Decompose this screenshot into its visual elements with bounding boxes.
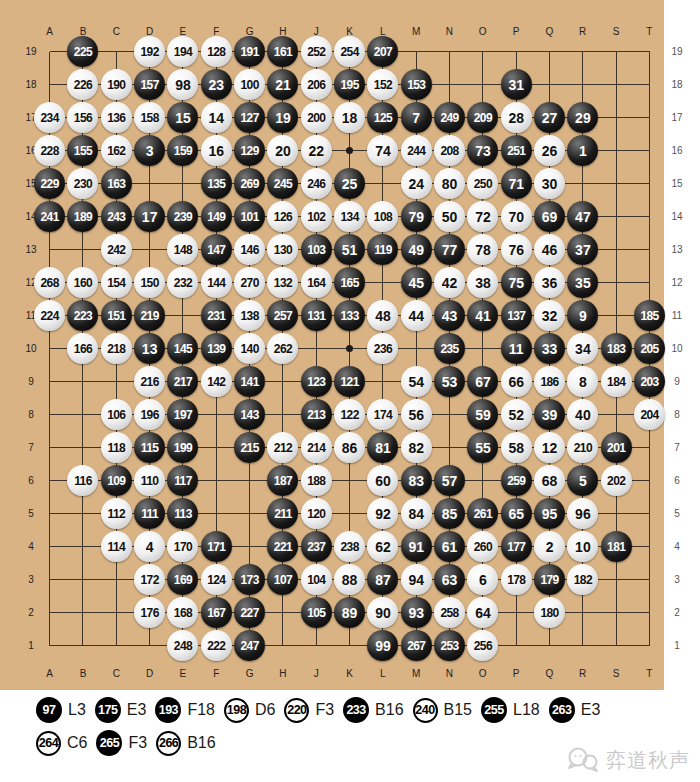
black-stone-C11: 151 — [101, 300, 132, 331]
point-H3: 107 — [266, 563, 299, 596]
point-E19: 194 — [166, 35, 199, 68]
point-A17: 234 — [33, 101, 66, 134]
white-stone-R10: 34 — [567, 333, 598, 364]
white-stone-F3: 124 — [201, 564, 232, 595]
white-stone-L6: 60 — [367, 465, 398, 496]
point-K10 — [333, 332, 366, 365]
row-label-right-9: 9 — [667, 365, 687, 398]
point-T17 — [633, 101, 666, 134]
white-stone-F17: 14 — [201, 102, 232, 133]
point-H1 — [266, 629, 299, 662]
black-stone-S10: 183 — [601, 333, 632, 364]
white-stone-B10: 166 — [67, 333, 98, 364]
black-stone-P15: 71 — [501, 168, 532, 199]
point-J16: 22 — [300, 134, 333, 167]
row-label-right-17: 17 — [667, 101, 687, 134]
point-D15 — [133, 167, 166, 200]
point-C6: 109 — [100, 464, 133, 497]
point-S6: 202 — [600, 464, 633, 497]
white-stone-J6: 188 — [301, 465, 332, 496]
white-stone-O13: 78 — [467, 234, 498, 265]
point-P11: 137 — [500, 299, 533, 332]
black-stone-D10: 13 — [134, 333, 165, 364]
point-B15: 230 — [66, 167, 99, 200]
point-R4: 10 — [566, 530, 599, 563]
black-stone-R17: 29 — [567, 102, 598, 133]
white-stone-C5: 112 — [101, 498, 132, 529]
black-stone-T11: 185 — [634, 300, 665, 331]
col-label-bottom-E: E — [166, 668, 199, 679]
point-R16: 1 — [566, 134, 599, 167]
black-stone-P11: 137 — [501, 300, 532, 331]
star-point-K16 — [346, 147, 353, 154]
white-stone-D6: 110 — [134, 465, 165, 496]
point-S11 — [600, 299, 633, 332]
point-E13: 148 — [166, 233, 199, 266]
legend-coordinate-264: C6 — [67, 734, 87, 752]
white-stone-J14: 102 — [301, 201, 332, 232]
black-stone-L3: 87 — [367, 564, 398, 595]
white-stone-O1: 256 — [467, 630, 498, 661]
point-D11: 219 — [133, 299, 166, 332]
white-stone-L5: 92 — [367, 498, 398, 529]
white-stone-J19: 252 — [301, 36, 332, 67]
point-O1: 256 — [466, 629, 499, 662]
point-E11 — [166, 299, 199, 332]
point-F9: 142 — [200, 365, 233, 398]
point-K19: 254 — [333, 35, 366, 68]
white-stone-J15: 246 — [301, 168, 332, 199]
white-stone-R4: 10 — [567, 531, 598, 562]
white-stone-C16: 162 — [101, 135, 132, 166]
white-stone-A16: 228 — [34, 135, 65, 166]
point-G3: 173 — [233, 563, 266, 596]
point-E18: 98 — [166, 68, 199, 101]
point-C11: 151 — [100, 299, 133, 332]
point-F2: 167 — [200, 596, 233, 629]
black-stone-G14: 101 — [234, 201, 265, 232]
point-B4 — [66, 530, 99, 563]
point-H14: 126 — [266, 200, 299, 233]
white-legend-stone-266: 266 — [156, 731, 181, 756]
black-stone-P12: 75 — [501, 267, 532, 298]
point-S9: 184 — [600, 365, 633, 398]
row-label-right-7: 7 — [667, 431, 687, 464]
point-A3 — [33, 563, 66, 596]
point-B2 — [66, 596, 99, 629]
point-S5 — [600, 497, 633, 530]
black-stone-O16: 73 — [467, 135, 498, 166]
point-F17: 14 — [200, 101, 233, 134]
point-S13 — [600, 233, 633, 266]
point-M11: 44 — [400, 299, 433, 332]
point-P19 — [500, 35, 533, 68]
black-stone-K15: 25 — [334, 168, 365, 199]
point-B6: 116 — [66, 464, 99, 497]
black-stone-N5: 85 — [434, 498, 465, 529]
black-stone-D11: 219 — [134, 300, 165, 331]
white-legend-stone-198: 198 — [224, 698, 249, 723]
point-O8: 59 — [466, 398, 499, 431]
point-P8: 52 — [500, 398, 533, 431]
col-label-bottom-S: S — [599, 668, 632, 679]
black-stone-Q14: 69 — [534, 201, 565, 232]
point-C18: 190 — [100, 68, 133, 101]
point-T8: 204 — [633, 398, 666, 431]
row-label-right-4: 4 — [667, 530, 687, 563]
white-stone-K14: 134 — [334, 201, 365, 232]
point-D6: 110 — [133, 464, 166, 497]
row-label-right-5: 5 — [667, 497, 687, 530]
white-stone-G18: 100 — [234, 69, 265, 100]
black-stone-O8: 59 — [467, 399, 498, 430]
point-C15: 163 — [100, 167, 133, 200]
black-stone-Q10: 33 — [534, 333, 565, 364]
point-J15: 246 — [300, 167, 333, 200]
point-S7: 201 — [600, 431, 633, 464]
point-M13: 49 — [400, 233, 433, 266]
point-O11: 41 — [466, 299, 499, 332]
legend-entry-233: 233B16 — [343, 697, 403, 723]
point-A15: 229 — [33, 167, 66, 200]
white-stone-L16: 74 — [367, 135, 398, 166]
point-F11: 231 — [200, 299, 233, 332]
col-label-bottom-B: B — [66, 668, 99, 679]
black-stone-M2: 93 — [401, 597, 432, 628]
point-R3: 182 — [566, 563, 599, 596]
black-stone-O11: 41 — [467, 300, 498, 331]
white-legend-stone-220: 220 — [284, 698, 309, 723]
point-T16 — [633, 134, 666, 167]
point-H10: 262 — [266, 332, 299, 365]
point-L15 — [366, 167, 399, 200]
point-L10: 236 — [366, 332, 399, 365]
row-label-right-19: 19 — [667, 35, 687, 68]
point-L1: 99 — [366, 629, 399, 662]
point-T13 — [633, 233, 666, 266]
point-B13 — [66, 233, 99, 266]
point-L16: 74 — [366, 134, 399, 167]
white-stone-D4: 4 — [134, 531, 165, 562]
legend-coordinate-240: B15 — [444, 701, 472, 719]
point-J13: 103 — [300, 233, 333, 266]
point-D8: 196 — [133, 398, 166, 431]
point-C2 — [100, 596, 133, 629]
point-A10 — [33, 332, 66, 365]
go-board-grid: 2251921941281911612522542072261901579823… — [33, 35, 666, 662]
white-stone-D19: 192 — [134, 36, 165, 67]
point-C16: 162 — [100, 134, 133, 167]
black-stone-G17: 127 — [234, 102, 265, 133]
point-L19: 207 — [366, 35, 399, 68]
point-J1 — [300, 629, 333, 662]
col-label-bottom-O: O — [466, 668, 499, 679]
logo: 弈道秋声 — [565, 746, 690, 774]
point-G8: 143 — [233, 398, 266, 431]
black-stone-N4: 61 — [434, 531, 465, 562]
black-stone-G2: 227 — [234, 597, 265, 628]
white-stone-H10: 262 — [267, 333, 298, 364]
white-stone-R8: 40 — [567, 399, 598, 430]
point-B7 — [66, 431, 99, 464]
point-M7: 82 — [400, 431, 433, 464]
white-stone-L4: 62 — [367, 531, 398, 562]
point-K6 — [333, 464, 366, 497]
point-D17: 158 — [133, 101, 166, 134]
black-stone-E8: 197 — [167, 399, 198, 430]
black-stone-P16: 251 — [501, 135, 532, 166]
black-stone-R14: 47 — [567, 201, 598, 232]
col-labels-bottom: ABCDEFGHJKLMNOPQRST — [33, 668, 666, 679]
chat-bubbles-icon — [565, 746, 601, 774]
point-M17: 7 — [400, 101, 433, 134]
point-G15: 269 — [233, 167, 266, 200]
point-F6 — [200, 464, 233, 497]
point-N7 — [433, 431, 466, 464]
legend-coordinate-97: L3 — [68, 701, 86, 719]
point-C13: 242 — [100, 233, 133, 266]
legend-coordinate-255: L18 — [513, 701, 540, 719]
point-A13 — [33, 233, 66, 266]
point-R2 — [566, 596, 599, 629]
black-stone-O5: 261 — [467, 498, 498, 529]
point-K11: 133 — [333, 299, 366, 332]
white-stone-L18: 152 — [367, 69, 398, 100]
point-H12: 132 — [266, 266, 299, 299]
white-stone-Q6: 68 — [534, 465, 565, 496]
point-B10: 166 — [66, 332, 99, 365]
point-M15: 24 — [400, 167, 433, 200]
point-K17: 18 — [333, 101, 366, 134]
point-C8: 106 — [100, 398, 133, 431]
row-label-right-1: 1 — [667, 629, 687, 662]
black-stone-E5: 113 — [167, 498, 198, 529]
white-stone-D2: 176 — [134, 597, 165, 628]
white-stone-E12: 232 — [167, 267, 198, 298]
row-label-right-14: 14 — [667, 200, 687, 233]
black-stone-M14: 79 — [401, 201, 432, 232]
black-stone-G15: 269 — [234, 168, 265, 199]
point-M8: 56 — [400, 398, 433, 431]
point-J2: 105 — [300, 596, 333, 629]
col-label-bottom-C: C — [100, 668, 133, 679]
point-H18: 21 — [266, 68, 299, 101]
white-legend-stone-240: 240 — [413, 698, 438, 723]
black-stone-D7: 115 — [134, 432, 165, 463]
point-S12 — [600, 266, 633, 299]
point-J10 — [300, 332, 333, 365]
point-F3: 124 — [200, 563, 233, 596]
white-stone-O15: 250 — [467, 168, 498, 199]
point-O4: 260 — [466, 530, 499, 563]
point-A12: 268 — [33, 266, 66, 299]
point-Q3: 179 — [533, 563, 566, 596]
legend-entry-198: 198D6 — [224, 698, 275, 723]
point-K2: 89 — [333, 596, 366, 629]
point-T7 — [633, 431, 666, 464]
col-label-bottom-L: L — [366, 668, 399, 679]
point-N16: 208 — [433, 134, 466, 167]
point-B14: 189 — [66, 200, 99, 233]
white-stone-Q15: 30 — [534, 168, 565, 199]
white-stone-M9: 54 — [401, 366, 432, 397]
black-stone-F13: 147 — [201, 234, 232, 265]
white-stone-B17: 156 — [67, 102, 98, 133]
row-label-right-6: 6 — [667, 464, 687, 497]
point-M16: 244 — [400, 134, 433, 167]
point-N19 — [433, 35, 466, 68]
white-stone-H14: 126 — [267, 201, 298, 232]
white-stone-E13: 148 — [167, 234, 198, 265]
point-Q8: 39 — [533, 398, 566, 431]
black-stone-C14: 243 — [101, 201, 132, 232]
black-stone-O7: 55 — [467, 432, 498, 463]
point-T1 — [633, 629, 666, 662]
point-D14: 17 — [133, 200, 166, 233]
row-label-right-16: 16 — [667, 134, 687, 167]
black-stone-Q17: 27 — [534, 102, 565, 133]
white-stone-Q9: 186 — [534, 366, 565, 397]
white-stone-R5: 96 — [567, 498, 598, 529]
legend-row: 97L3175E3193F18198D6220F3233B16240B15255… — [36, 697, 600, 723]
legend-coordinate-220: F3 — [315, 701, 334, 719]
white-stone-E18: 98 — [167, 69, 198, 100]
point-M12: 45 — [400, 266, 433, 299]
black-stone-M12: 45 — [401, 267, 432, 298]
black-stone-D18: 157 — [134, 69, 165, 100]
white-stone-N2: 258 — [434, 597, 465, 628]
point-L5: 92 — [366, 497, 399, 530]
point-P4: 177 — [500, 530, 533, 563]
point-A11: 224 — [33, 299, 66, 332]
white-stone-D8: 196 — [134, 399, 165, 430]
white-stone-M15: 24 — [401, 168, 432, 199]
black-stone-L19: 207 — [367, 36, 398, 67]
point-K7: 86 — [333, 431, 366, 464]
point-K3: 88 — [333, 563, 366, 596]
white-stone-J17: 200 — [301, 102, 332, 133]
point-R11: 9 — [566, 299, 599, 332]
point-O2: 64 — [466, 596, 499, 629]
black-stone-L13: 119 — [367, 234, 398, 265]
point-Q7: 12 — [533, 431, 566, 464]
white-legend-stone-264: 264 — [36, 731, 61, 756]
black-stone-F15: 135 — [201, 168, 232, 199]
point-S19 — [600, 35, 633, 68]
point-D5: 111 — [133, 497, 166, 530]
white-stone-Q7: 12 — [534, 432, 565, 463]
black-stone-F4: 171 — [201, 531, 232, 562]
black-stone-E14: 239 — [167, 201, 198, 232]
white-stone-H12: 132 — [267, 267, 298, 298]
point-H11: 257 — [266, 299, 299, 332]
black-stone-M1: 267 — [401, 630, 432, 661]
point-J18: 206 — [300, 68, 333, 101]
point-L13: 119 — [366, 233, 399, 266]
white-stone-J3: 104 — [301, 564, 332, 595]
point-L8: 174 — [366, 398, 399, 431]
white-stone-F1: 222 — [201, 630, 232, 661]
white-stone-P9: 66 — [501, 366, 532, 397]
white-stone-T8: 204 — [634, 399, 665, 430]
black-stone-M17: 7 — [401, 102, 432, 133]
point-T12 — [633, 266, 666, 299]
white-stone-G10: 140 — [234, 333, 265, 364]
white-stone-L14: 108 — [367, 201, 398, 232]
black-stone-E16: 159 — [167, 135, 198, 166]
point-F1: 222 — [200, 629, 233, 662]
black-stone-H18: 21 — [267, 69, 298, 100]
point-S18 — [600, 68, 633, 101]
point-G4 — [233, 530, 266, 563]
point-P15: 71 — [500, 167, 533, 200]
point-G10: 140 — [233, 332, 266, 365]
point-E6: 117 — [166, 464, 199, 497]
black-stone-E6: 117 — [167, 465, 198, 496]
black-stone-O17: 209 — [467, 102, 498, 133]
black-stone-C6: 109 — [101, 465, 132, 496]
col-label-bottom-P: P — [499, 668, 532, 679]
white-stone-Q2: 180 — [534, 597, 565, 628]
black-stone-E17: 15 — [167, 102, 198, 133]
black-stone-J8: 213 — [301, 399, 332, 430]
point-D1 — [133, 629, 166, 662]
point-E2: 168 — [166, 596, 199, 629]
point-K4: 238 — [333, 530, 366, 563]
point-R18 — [566, 68, 599, 101]
point-B9 — [66, 365, 99, 398]
go-board-panel: ABCDEFGHJKLMNOPQRST ABCDEFGHJKLMNOPQRST … — [0, 0, 664, 690]
point-H16: 20 — [266, 134, 299, 167]
point-E4: 170 — [166, 530, 199, 563]
point-N12: 42 — [433, 266, 466, 299]
point-G12: 270 — [233, 266, 266, 299]
point-O5: 261 — [466, 497, 499, 530]
white-stone-L2: 90 — [367, 597, 398, 628]
black-stone-N6: 57 — [434, 465, 465, 496]
point-Q1 — [533, 629, 566, 662]
white-stone-D17: 158 — [134, 102, 165, 133]
point-J7: 214 — [300, 431, 333, 464]
point-D7: 115 — [133, 431, 166, 464]
point-E15 — [166, 167, 199, 200]
white-stone-J18: 206 — [301, 69, 332, 100]
point-N10: 235 — [433, 332, 466, 365]
point-F16: 16 — [200, 134, 233, 167]
legend-coordinate-193: F18 — [187, 701, 215, 719]
point-B3 — [66, 563, 99, 596]
black-stone-F2: 167 — [201, 597, 232, 628]
white-stone-N12: 42 — [434, 267, 465, 298]
black-stone-N17: 249 — [434, 102, 465, 133]
point-B19: 225 — [66, 35, 99, 68]
white-stone-S9: 184 — [601, 366, 632, 397]
point-Q10: 33 — [533, 332, 566, 365]
white-stone-A12: 268 — [34, 267, 65, 298]
point-F13: 147 — [200, 233, 233, 266]
point-R17: 29 — [566, 101, 599, 134]
point-T19 — [633, 35, 666, 68]
point-D9: 216 — [133, 365, 166, 398]
black-legend-stone-263: 263 — [549, 697, 575, 723]
point-P9: 66 — [500, 365, 533, 398]
white-stone-Q12: 36 — [534, 267, 565, 298]
point-C14: 243 — [100, 200, 133, 233]
point-S4: 181 — [600, 530, 633, 563]
black-stone-L7: 81 — [367, 432, 398, 463]
point-A6 — [33, 464, 66, 497]
point-M18: 153 — [400, 68, 433, 101]
